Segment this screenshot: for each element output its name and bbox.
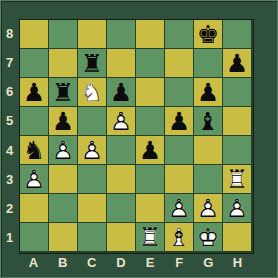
piece-glyph-outline: ♙	[165, 194, 193, 222]
square-h5[interactable]	[223, 107, 251, 135]
piece-glyph-fill: ♟	[194, 78, 222, 106]
square-b6[interactable]: ♜	[49, 78, 77, 106]
piece-glyph-fill: ♞	[20, 136, 48, 164]
rank-label-8: 8	[0, 19, 19, 48]
square-e2[interactable]	[136, 194, 164, 222]
square-a7[interactable]	[20, 49, 48, 77]
square-a4[interactable]: ♞	[20, 136, 48, 164]
square-g3[interactable]	[194, 165, 222, 193]
square-d4[interactable]	[107, 136, 135, 164]
square-b4[interactable]: ♟♙	[49, 136, 77, 164]
square-d5[interactable]: ♟♙	[107, 107, 135, 135]
square-f4[interactable]	[165, 136, 193, 164]
square-c8[interactable]	[78, 20, 106, 48]
square-f3[interactable]	[165, 165, 193, 193]
square-d7[interactable]	[107, 49, 135, 77]
piece-glyph-outline: ♙	[223, 194, 251, 222]
piece-glyph-outline: ♙	[20, 165, 48, 193]
piece-glyph-outline: ♙	[107, 107, 135, 135]
piece-glyph-outline: ♙	[49, 136, 77, 164]
square-d2[interactable]	[107, 194, 135, 222]
piece-glyph-outline: ♔	[194, 223, 222, 251]
file-label-h: H	[223, 253, 252, 273]
piece-white-king[interactable]: ♚♔	[194, 223, 222, 251]
piece-black-pawn[interactable]: ♟	[107, 78, 135, 106]
square-c4[interactable]: ♟♙	[78, 136, 106, 164]
piece-glyph-fill: ♟	[20, 78, 48, 106]
rank-label-6: 6	[0, 77, 19, 106]
rank-label-2: 2	[0, 194, 19, 223]
piece-glyph-outline: ♙	[78, 136, 106, 164]
piece-glyph-outline: ♖	[223, 165, 251, 193]
piece-black-king[interactable]: ♚	[194, 20, 222, 48]
piece-glyph-fill: ♝	[194, 107, 222, 135]
piece-white-pawn[interactable]: ♟♙	[194, 194, 222, 222]
square-c5[interactable]	[78, 107, 106, 135]
square-d8[interactable]	[107, 20, 135, 48]
piece-black-bishop[interactable]: ♝	[194, 107, 222, 135]
file-label-g: G	[194, 253, 223, 273]
file-label-a: A	[19, 253, 48, 273]
square-c1[interactable]	[78, 223, 106, 251]
file-label-d: D	[106, 253, 135, 273]
square-a2[interactable]	[20, 194, 48, 222]
square-e4[interactable]: ♟	[136, 136, 164, 164]
square-h3[interactable]: ♜♖	[223, 165, 251, 193]
piece-black-rook[interactable]: ♜	[49, 78, 77, 106]
square-a1[interactable]	[20, 223, 48, 251]
piece-glyph-fill: ♜	[49, 78, 77, 106]
square-b7[interactable]	[49, 49, 77, 77]
square-c2[interactable]	[78, 194, 106, 222]
file-label-f: F	[165, 253, 194, 273]
file-label-c: C	[77, 253, 106, 273]
chess-app-window: 87654321 ♚♜♟♟♜♞♘♟♟♟♟♙♟♝♞♟♙♟♙♟♟♙♜♖♟♙♟♙♟♙♜…	[0, 0, 278, 278]
piece-white-rook[interactable]: ♜♖	[223, 165, 251, 193]
square-h4[interactable]	[223, 136, 251, 164]
piece-black-pawn[interactable]: ♟	[223, 49, 251, 77]
square-h8[interactable]	[223, 20, 251, 48]
square-d6[interactable]: ♟	[107, 78, 135, 106]
rank-label-7: 7	[0, 48, 19, 77]
rank-label-3: 3	[0, 165, 19, 194]
square-f2[interactable]: ♟♙	[165, 194, 193, 222]
piece-black-pawn[interactable]: ♟	[194, 78, 222, 106]
piece-white-pawn[interactable]: ♟♙	[20, 165, 48, 193]
square-g4[interactable]	[194, 136, 222, 164]
square-g5[interactable]: ♝	[194, 107, 222, 135]
square-b8[interactable]	[49, 20, 77, 48]
rank-labels: 87654321	[0, 19, 19, 252]
piece-black-rook[interactable]: ♜	[78, 49, 106, 77]
file-label-e: E	[136, 253, 165, 273]
rank-label-4: 4	[0, 136, 19, 165]
piece-black-knight[interactable]: ♞	[20, 136, 48, 164]
file-label-b: B	[48, 253, 77, 273]
square-a5[interactable]	[20, 107, 48, 135]
piece-white-pawn[interactable]: ♟♙	[49, 136, 77, 164]
square-e5[interactable]	[136, 107, 164, 135]
square-a6[interactable]: ♟	[20, 78, 48, 106]
square-e7[interactable]	[136, 49, 164, 77]
piece-glyph-fill: ♟	[165, 107, 193, 135]
square-d1[interactable]	[107, 223, 135, 251]
square-b3[interactable]	[49, 165, 77, 193]
square-e1[interactable]: ♜♖	[136, 223, 164, 251]
square-f7[interactable]	[165, 49, 193, 77]
square-f6[interactable]	[165, 78, 193, 106]
square-d3[interactable]	[107, 165, 135, 193]
square-b2[interactable]	[49, 194, 77, 222]
square-f1[interactable]: ♝♗	[165, 223, 193, 251]
piece-glyph-fill: ♟	[107, 78, 135, 106]
square-b5[interactable]: ♟	[49, 107, 77, 135]
square-c6[interactable]: ♞♘	[78, 78, 106, 106]
rank-label-5: 5	[0, 106, 19, 135]
piece-white-pawn[interactable]: ♟♙	[78, 136, 106, 164]
square-e6[interactable]	[136, 78, 164, 106]
square-c7[interactable]: ♜	[78, 49, 106, 77]
rank-label-1: 1	[0, 223, 19, 252]
piece-white-pawn[interactable]: ♟♙	[223, 194, 251, 222]
piece-glyph-fill: ♚	[194, 20, 222, 48]
square-g6[interactable]: ♟	[194, 78, 222, 106]
square-h1[interactable]	[223, 223, 251, 251]
piece-white-pawn[interactable]: ♟♙	[107, 107, 135, 135]
square-c3[interactable]	[78, 165, 106, 193]
piece-glyph-outline: ♙	[194, 194, 222, 222]
piece-glyph-fill: ♜	[78, 49, 106, 77]
square-h2[interactable]: ♟♙	[223, 194, 251, 222]
square-a3[interactable]: ♟♙	[20, 165, 48, 193]
chess-board: ♚♜♟♟♜♞♘♟♟♟♟♙♟♝♞♟♙♟♙♟♟♙♜♖♟♙♟♙♟♙♜♖♝♗♚♔	[19, 19, 254, 254]
piece-black-pawn[interactable]: ♟	[20, 78, 48, 106]
file-labels: ABCDEFGH	[19, 253, 252, 273]
square-h7[interactable]: ♟	[223, 49, 251, 77]
piece-glyph-outline: ♘	[78, 78, 106, 106]
square-g8[interactable]: ♚	[194, 20, 222, 48]
square-f8[interactable]	[165, 20, 193, 48]
square-g7[interactable]	[194, 49, 222, 77]
square-b1[interactable]	[49, 223, 77, 251]
piece-glyph-fill: ♟	[49, 107, 77, 135]
piece-white-pawn[interactable]: ♟♙	[165, 194, 193, 222]
piece-black-pawn[interactable]: ♟	[165, 107, 193, 135]
square-g2[interactable]: ♟♙	[194, 194, 222, 222]
square-g1[interactable]: ♚♔	[194, 223, 222, 251]
piece-white-knight[interactable]: ♞♘	[78, 78, 106, 106]
piece-glyph-fill: ♟	[136, 136, 164, 164]
piece-glyph-fill: ♟	[223, 49, 251, 77]
piece-black-pawn[interactable]: ♟	[136, 136, 164, 164]
square-h6[interactable]	[223, 78, 251, 106]
piece-black-pawn[interactable]: ♟	[49, 107, 77, 135]
square-e3[interactable]	[136, 165, 164, 193]
square-e8[interactable]	[136, 20, 164, 48]
square-f5[interactable]: ♟	[165, 107, 193, 135]
piece-glyph-outline: ♗	[165, 223, 193, 251]
piece-white-rook[interactable]: ♜♖	[136, 223, 164, 251]
square-a8[interactable]	[20, 20, 48, 48]
piece-glyph-outline: ♖	[136, 223, 164, 251]
piece-white-bishop[interactable]: ♝♗	[165, 223, 193, 251]
